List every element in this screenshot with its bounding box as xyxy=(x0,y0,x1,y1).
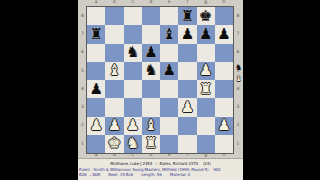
square-c3 xyxy=(124,98,142,116)
square-e1 xyxy=(160,135,178,153)
square-g2 xyxy=(197,117,215,135)
square-d8 xyxy=(142,7,160,25)
square-b8 xyxy=(105,7,123,25)
white-pawn: ♟ xyxy=(108,118,121,133)
square-f7: ♟ xyxy=(178,25,196,43)
square-g7: ♟ xyxy=(197,25,215,43)
file-label-e: e xyxy=(160,0,178,6)
white-pawn: ♟ xyxy=(181,100,194,115)
square-c4 xyxy=(124,80,142,98)
rank-label-2: 2 xyxy=(78,117,87,135)
file-label-g: g xyxy=(197,0,215,6)
square-d7 xyxy=(142,25,160,43)
white-pawn: ♟ xyxy=(126,118,139,133)
square-h7: ♟ xyxy=(215,25,233,43)
file-label-f: f xyxy=(178,0,196,6)
square-a8 xyxy=(87,7,105,25)
square-c5 xyxy=(124,62,142,80)
white-pawn: ♟ xyxy=(89,118,102,133)
square-f6 xyxy=(178,44,196,62)
black-rook: ♜ xyxy=(181,9,194,24)
file-label-b: b xyxy=(105,0,123,6)
white-bishop: ♝ xyxy=(108,63,121,78)
black-pawn: ♟ xyxy=(162,63,175,78)
black-rook: ♜ xyxy=(89,27,102,42)
square-c2: ♟ xyxy=(124,117,142,135)
file-label-a: a xyxy=(87,0,105,6)
square-a1 xyxy=(87,135,105,153)
square-a3 xyxy=(87,98,105,116)
square-g1 xyxy=(197,135,215,153)
square-f5 xyxy=(178,62,196,80)
black-knight: ♞ xyxy=(144,63,157,78)
square-b2: ♟ xyxy=(105,117,123,135)
square-b5: ♝ xyxy=(105,62,123,80)
rank-label-2: 2 xyxy=(233,117,243,135)
square-g5: ♟ xyxy=(197,62,215,80)
square-g6 xyxy=(197,44,215,62)
chess-board: ♜♚♜♝♟♟♟♞♟♝♞♟♟♟♜♟♟♟♟♝♟♚♞♜ xyxy=(87,7,233,153)
file-label-h: h xyxy=(215,0,233,6)
square-f1 xyxy=(178,135,196,153)
black-pawn: ♟ xyxy=(89,82,102,97)
black-pawn: ♟ xyxy=(181,27,194,42)
square-f3: ♟ xyxy=(178,98,196,116)
white-rook: ♜ xyxy=(144,136,157,151)
square-f4 xyxy=(178,80,196,98)
file-labels-top: abcdefgh xyxy=(87,0,233,6)
moves-status-line: B26 ...Nd5 Next: 15.Bc6 Length: 56 Mater… xyxy=(79,172,243,177)
square-h5 xyxy=(215,62,233,80)
white-king: ♚ xyxy=(108,136,121,151)
square-b6 xyxy=(105,44,123,62)
rank-label-1: 1 xyxy=(78,135,87,153)
rank-labels-left: 87654321 xyxy=(78,7,87,153)
square-d4 xyxy=(142,80,160,98)
rank-label-3: 3 xyxy=(233,98,243,116)
square-c6: ♞ xyxy=(124,44,142,62)
black-bishop: ♝ xyxy=(162,27,175,42)
black-king: ♚ xyxy=(199,9,212,24)
black-pawn: ♟ xyxy=(144,45,157,60)
rank-label-6: 6 xyxy=(78,44,87,62)
game-info-panel: McShane, Luke J 2454 -- Bates, Richard 2… xyxy=(78,158,243,180)
rank-label-4: 4 xyxy=(78,80,87,98)
board-frame: abcdefgh 87654321 87654321 abcdefgh ♜♚♜♝… xyxy=(78,0,243,158)
black-knight: ♞ xyxy=(126,45,139,60)
video-frame: abcdefgh 87654321 87654321 abcdefgh ♜♚♜♝… xyxy=(0,0,320,180)
square-b3 xyxy=(105,98,123,116)
square-e2 xyxy=(160,117,178,135)
rank-label-8: 8 xyxy=(233,7,243,25)
event-line: Event : Smith & Williamson Young Masters… xyxy=(79,167,243,172)
square-b1: ♚ xyxy=(105,135,123,153)
white-pawn: ♟ xyxy=(199,63,212,78)
square-d6: ♟ xyxy=(142,44,160,62)
square-a5 xyxy=(87,62,105,80)
square-h6 xyxy=(215,44,233,62)
rank-label-8: 8 xyxy=(78,7,87,25)
square-a7: ♜ xyxy=(87,25,105,43)
square-c7 xyxy=(124,25,142,43)
rank-label-7: 7 xyxy=(78,25,87,43)
rank-label-1: 1 xyxy=(233,135,243,153)
square-e4 xyxy=(160,80,178,98)
square-e6 xyxy=(160,44,178,62)
tray-black-knight-icon: ♞ xyxy=(235,63,242,73)
square-c8 xyxy=(124,7,142,25)
square-e8 xyxy=(160,7,178,25)
tray-white-bishop-icon: ♝ xyxy=(235,74,242,84)
square-b7 xyxy=(105,25,123,43)
square-e5: ♟ xyxy=(160,62,178,80)
white-knight: ♞ xyxy=(126,136,139,151)
players-line: McShane, Luke J 2454 -- Bates, Richard 2… xyxy=(78,161,243,166)
square-a4: ♟ xyxy=(87,80,105,98)
square-f2 xyxy=(178,117,196,135)
square-h1 xyxy=(215,135,233,153)
white-bishop: ♝ xyxy=(144,118,157,133)
white-pawn: ♟ xyxy=(217,118,230,133)
square-f8: ♜ xyxy=(178,7,196,25)
square-h4 xyxy=(215,80,233,98)
square-a2: ♟ xyxy=(87,117,105,135)
square-b4 xyxy=(105,80,123,98)
captured-material-tray: ♞♝ xyxy=(234,63,243,84)
square-g3 xyxy=(197,98,215,116)
square-d1: ♜ xyxy=(142,135,160,153)
file-label-d: d xyxy=(142,0,160,6)
square-c1: ♞ xyxy=(124,135,142,153)
rank-label-7: 7 xyxy=(233,25,243,43)
square-h8 xyxy=(215,7,233,25)
rank-label-3: 3 xyxy=(78,98,87,116)
square-e7: ♝ xyxy=(160,25,178,43)
file-label-c: c xyxy=(124,0,142,6)
square-h3 xyxy=(215,98,233,116)
rank-label-6: 6 xyxy=(233,44,243,62)
chess-app-content: abcdefgh 87654321 87654321 abcdefgh ♜♚♜♝… xyxy=(78,0,243,180)
square-h2: ♟ xyxy=(215,117,233,135)
square-d2: ♝ xyxy=(142,117,160,135)
rank-label-5: 5 xyxy=(78,62,87,80)
square-g8: ♚ xyxy=(197,7,215,25)
white-rook: ♜ xyxy=(199,82,212,97)
square-e3 xyxy=(160,98,178,116)
black-pawn: ♟ xyxy=(217,27,230,42)
square-d5: ♞ xyxy=(142,62,160,80)
black-pawn: ♟ xyxy=(199,27,212,42)
square-a6 xyxy=(87,44,105,62)
square-d3 xyxy=(142,98,160,116)
square-g4: ♜ xyxy=(197,80,215,98)
